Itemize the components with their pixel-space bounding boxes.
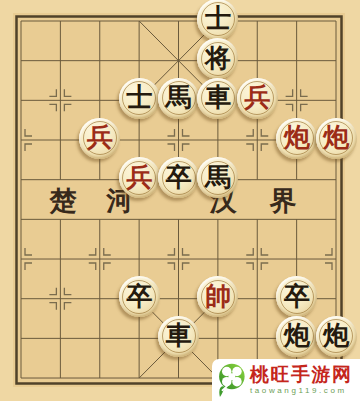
clover-icon	[214, 362, 248, 398]
piece-glyph: 帥	[205, 283, 231, 309]
piece-black-advisor[interactable]: 士	[119, 78, 160, 119]
piece-black-soldier[interactable]: 卒	[158, 157, 199, 198]
piece-black-advisor[interactable]: 士	[197, 0, 238, 40]
piece-black-chariot[interactable]: 車	[158, 316, 199, 357]
piece-glyph: 馬	[205, 164, 231, 190]
piece-glyph: 士	[205, 5, 231, 31]
piece-glyph: 卒	[166, 164, 192, 190]
piece-black-cannon[interactable]: 炮	[316, 316, 357, 357]
piece-glyph: 兵	[126, 164, 152, 190]
piece-red-cannon[interactable]: 炮	[316, 118, 357, 159]
piece-black-cannon[interactable]: 炮	[276, 316, 317, 357]
river-label-chu: 楚	[50, 183, 77, 219]
watermark-site-name: 桃旺手游网	[250, 365, 353, 386]
piece-black-chariot[interactable]: 車	[197, 78, 238, 119]
piece-red-soldier[interactable]: 兵	[237, 78, 278, 119]
piece-glyph: 車	[205, 84, 231, 110]
piece-glyph: 卒	[284, 283, 310, 309]
piece-glyph: 炮	[323, 124, 349, 150]
piece-glyph: 馬	[166, 84, 192, 110]
piece-black-horse[interactable]: 馬	[158, 78, 199, 119]
watermark-site-url: taowang119.com	[250, 386, 353, 395]
piece-glyph: 士	[126, 84, 152, 110]
piece-red-soldier[interactable]: 兵	[79, 118, 120, 159]
piece-glyph: 車	[166, 322, 192, 348]
piece-glyph: 炮	[284, 322, 310, 348]
xiangqi-board: 楚 河 汉 界 士将士馬車兵兵炮炮兵卒馬卒帥卒車炮炮	[0, 0, 360, 401]
watermark: 桃旺手游网 taowang119.com	[212, 359, 360, 401]
piece-glyph: 将	[205, 45, 231, 71]
piece-glyph: 炮	[323, 322, 349, 348]
piece-red-cannon[interactable]: 炮	[276, 118, 317, 159]
piece-glyph: 兵	[244, 84, 270, 110]
piece-glyph: 炮	[284, 124, 310, 150]
river-label-jie: 界	[270, 183, 297, 219]
piece-black-soldier[interactable]: 卒	[119, 276, 160, 317]
piece-glyph: 卒	[126, 283, 152, 309]
piece-red-soldier[interactable]: 兵	[119, 157, 160, 198]
piece-glyph: 兵	[87, 124, 113, 150]
